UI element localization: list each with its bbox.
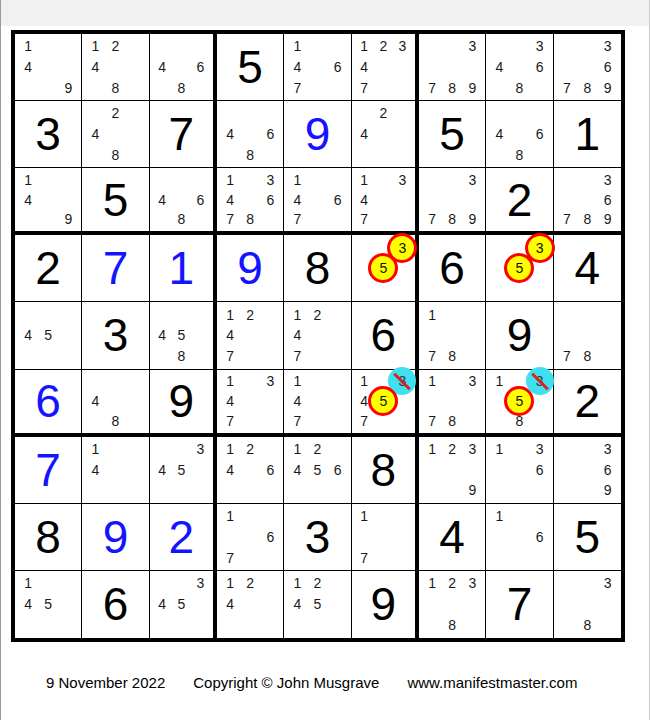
cell-r3c2[interactable]: 5 [82,168,149,235]
candidate: 6 [197,60,205,74]
pencil-marks: 3468 [489,36,549,98]
cell-r2c9[interactable]: 1 [554,101,621,168]
solved-digit: 9 [217,235,283,301]
given-digit: 6 [82,571,148,638]
candidate: 5 [177,463,185,477]
candidate: 3 [266,173,274,187]
pencil-marks: 16 [489,506,549,568]
candidate: 3 [536,39,544,53]
pencil-marks: 1246 [220,439,280,501]
candidate: 4 [495,127,503,141]
candidate: 7 [563,212,571,226]
cell-r4c6[interactable]: 35 [352,235,419,302]
candidate: 7 [563,349,571,363]
cell-r8c2[interactable]: 9 [82,504,149,571]
candidate: 7 [226,551,234,565]
candidate: 9 [64,81,72,95]
candidate: 8 [583,618,591,632]
solved-digit: 7 [82,235,148,301]
candidate: 6 [604,193,612,207]
candidate: 9 [604,81,612,95]
candidate: 1 [428,442,436,456]
cell-r4c1[interactable]: 2 [15,235,82,302]
candidate: 4 [226,597,234,611]
cell-r8c8[interactable]: 16 [486,504,553,571]
candidate: 6 [536,530,544,544]
candidate: 3 [399,39,407,53]
candidate: 1 [495,509,503,523]
pencil-marks: 12456 [287,439,347,501]
cell-r9c5[interactable]: 1245 [284,571,351,638]
candidate: 6 [536,127,544,141]
candidate: 1 [293,442,301,456]
candidate: 7 [293,81,301,95]
pencil-marks: 345 [153,439,210,501]
cell-r7c6[interactable]: 8 [352,437,419,504]
cell-r9c7[interactable]: 1238 [419,571,486,638]
candidate: 2 [314,308,322,322]
candidate: 4 [293,328,301,342]
cell-r2c2[interactable]: 248 [82,101,149,168]
given-digit: 4 [554,235,621,301]
pencil-marks: 3789 [422,36,482,98]
cell-r1c3[interactable]: 468 [150,34,217,101]
cell-r9c2[interactable]: 6 [82,571,149,638]
cell-r3c9[interactable]: 36789 [554,168,621,235]
candidate: 9 [604,212,612,226]
candidate: 1 [24,173,32,187]
cell-r2c7[interactable]: 5 [419,101,486,168]
candidate: 2 [314,576,322,590]
pencil-marks: 136 [489,439,549,501]
candidate: 3 [399,173,407,187]
given-digit: 2 [15,235,81,301]
cell-r5c9[interactable]: 78 [554,302,621,369]
cell-r5c2[interactable]: 3 [82,302,149,369]
cell-r7c8[interactable]: 136 [486,437,553,504]
candidate: 3 [604,442,612,456]
candidate: 2 [246,308,254,322]
candidate: 4 [226,328,234,342]
cell-r5c5[interactable]: 1247 [284,302,351,369]
candidate: 4 [24,597,32,611]
candidate: 4 [293,60,301,74]
candidate: 8 [583,212,591,226]
cell-r4c2[interactable]: 7 [82,235,149,302]
candidate: 8 [177,81,185,95]
candidate: 5 [314,463,322,477]
cell-r1c1[interactable]: 149 [15,34,82,101]
solved-digit: 1 [150,235,213,301]
cell-r4c3[interactable]: 1 [150,235,217,302]
candidate: 7 [428,349,436,363]
cell-r1c8[interactable]: 3468 [486,34,553,101]
candidate: 7 [226,349,234,363]
pencil-marks: 1248 [85,36,145,98]
candidate: 8 [448,81,456,95]
page: 1491248468514671234737893468367893248746… [0,0,650,720]
candidate: 4 [226,463,234,477]
cell-r2c4[interactable]: 468 [217,101,284,168]
cell-r9c6[interactable]: 9 [352,571,419,638]
given-digit: 5 [217,34,283,100]
cell-r3c1[interactable]: 149 [15,168,82,235]
cell-r6c2[interactable]: 48 [82,370,149,437]
candidate: 8 [448,414,456,428]
given-digit: 8 [352,437,415,503]
pencil-marks: 1347 [355,170,412,229]
pencil-marks: 1247 [287,304,347,366]
candidate: 1 [226,442,234,456]
candidate: 6 [266,463,274,477]
candidate: 3 [604,173,612,187]
cell-r6c9[interactable]: 2 [554,370,621,437]
candidate: 7 [293,349,301,363]
cell-r6c7[interactable]: 1378 [419,370,486,437]
cell-r9c3[interactable]: 345 [150,571,217,638]
cell-r1c2[interactable]: 1248 [82,34,149,101]
cell-r6c1[interactable]: 6 [15,370,82,437]
pencil-marks: 147 [287,372,347,431]
header-band [1,0,649,26]
given-digit: 3 [15,101,81,167]
cell-r2c3[interactable]: 7 [150,101,217,168]
candidate: 1 [428,576,436,590]
candidate: 8 [448,618,456,632]
candidate: 4 [360,127,368,141]
pencil-marks: 468 [220,103,280,165]
cell-r8c4[interactable]: 167 [217,504,284,571]
candidate: 1 [226,576,234,590]
candidate: 4 [158,193,166,207]
cell-r3c7[interactable]: 3789 [419,168,486,235]
candidate: 9 [468,81,476,95]
cell-r2c6[interactable]: 24 [352,101,419,168]
pencil-marks: 1245 [287,573,347,636]
pencil-marks: 468 [153,170,210,229]
candidate: 8 [583,81,591,95]
pencil-marks: 12347 [355,36,412,98]
candidate: 1 [226,308,234,322]
given-digit: 5 [419,101,485,167]
pencil-marks: 17 [355,506,412,568]
pencil-marks: 78 [557,304,618,366]
candidate: 5 [314,597,322,611]
pencil-marks: 124 [220,573,280,636]
pencil-marks: 38 [557,573,618,636]
cell-r1c4[interactable]: 5 [217,34,284,101]
cell-r4c5[interactable]: 8 [284,235,351,302]
cell-r3c3[interactable]: 468 [150,168,217,235]
cell-r5c6[interactable]: 6 [352,302,419,369]
pencil-marks: 35 [489,237,549,299]
candidate: 8 [112,148,120,162]
given-digit: 5 [554,504,621,570]
cell-r1c9[interactable]: 36789 [554,34,621,101]
candidate: 4 [91,60,99,74]
candidate: 8 [246,212,254,226]
candidate: 7 [360,81,368,95]
footer-date: 9 November 2022 [46,674,165,691]
candidate: 8 [516,81,524,95]
candidate: 6 [604,463,612,477]
cell-r9c1[interactable]: 145 [15,571,82,638]
candidate: 8 [112,414,120,428]
cell-r6c5[interactable]: 147 [284,370,351,437]
pencil-marks: 14 [85,439,145,501]
pencil-marks: 1467 [287,170,347,229]
candidate: 9 [468,212,476,226]
cell-r4c8[interactable]: 35 [486,235,553,302]
cell-r4c9[interactable]: 4 [554,235,621,302]
candidate: 1 [293,39,301,53]
candidate: 4 [293,394,301,408]
candidate: 7 [360,414,368,428]
footer-copyright: Copyright © John Musgrave [193,674,379,691]
candidate: 4 [226,193,234,207]
candidate: 6 [334,60,342,74]
cell-r5c7[interactable]: 178 [419,302,486,369]
candidate: 6 [197,193,205,207]
cell-r5c1[interactable]: 45 [15,302,82,369]
given-digit: 6 [352,302,415,368]
pencil-marks: 1378 [422,372,482,431]
candidate: 4 [293,193,301,207]
pencil-marks: 134678 [220,170,280,229]
cell-r3c5[interactable]: 1467 [284,168,351,235]
candidate: 1 [91,39,99,53]
pencil-marks: 248 [85,103,145,165]
pencil-marks: 24 [355,103,412,165]
candidate: 6 [266,193,274,207]
given-digit: 2 [554,370,621,433]
candidate: 7 [226,212,234,226]
cell-r8c5[interactable]: 3 [284,504,351,571]
candidate: 7 [428,414,436,428]
cell-r2c5[interactable]: 9 [284,101,351,168]
candidate: 1 [226,509,234,523]
candidate: 4 [360,60,368,74]
cell-r1c5[interactable]: 1467 [284,34,351,101]
candidate: 7 [360,551,368,565]
cell-r9c8[interactable]: 7 [486,571,553,638]
cell-r9c4[interactable]: 124 [217,571,284,638]
given-digit: 7 [150,101,213,167]
cell-r9c9[interactable]: 38 [554,571,621,638]
candidate: 4 [226,394,234,408]
cell-r6c4[interactable]: 1347 [217,370,284,437]
candidate: 8 [583,349,591,363]
pencil-marks: 45 [18,304,78,366]
cell-r5c3[interactable]: 458 [150,302,217,369]
cell-r1c6[interactable]: 12347 [352,34,419,101]
candidate: 7 [293,414,301,428]
cell-r8c3[interactable]: 2 [150,504,217,571]
given-digit: 4 [419,504,485,570]
cell-r8c1[interactable]: 8 [15,504,82,571]
candidate: 6 [604,60,612,74]
given-digit: 9 [486,302,552,368]
cell-r8c9[interactable]: 5 [554,504,621,571]
pencil-marks: 36789 [557,170,618,229]
solved-digit: 2 [150,504,213,570]
candidate: 2 [379,106,387,120]
cell-r3c4[interactable]: 134678 [217,168,284,235]
candidate: 5 [44,328,52,342]
candidate: 7 [293,212,301,226]
candidate: 3 [604,39,612,53]
pencil-marks: 178 [422,304,482,366]
candidate: 1 [495,374,503,388]
candidate: 2 [246,442,254,456]
candidate: 3 [604,576,612,590]
candidate: 4 [158,60,166,74]
cell-r4c7[interactable]: 6 [419,235,486,302]
pencil-marks: 149 [18,170,78,229]
candidate: 2 [448,442,456,456]
pencil-marks: 1358 [489,372,549,431]
pencil-marks: 1247 [220,304,280,366]
candidate: 6 [334,463,342,477]
cell-r7c2[interactable]: 14 [82,437,149,504]
candidate: 4 [91,463,99,477]
candidate: 9 [468,483,476,497]
footer: 9 November 2022 Copyright © John Musgrav… [46,674,577,691]
candidate: 4 [158,328,166,342]
given-digit: 5 [82,168,148,231]
solved-digit: 7 [15,437,81,503]
candidate: 4 [293,597,301,611]
pencil-marks: 468 [489,103,549,165]
given-digit: 9 [352,571,415,638]
candidate: 4 [24,193,32,207]
pencil-marks: 468 [153,36,210,98]
given-digit: 8 [284,235,350,301]
pencil-marks: 149 [18,36,78,98]
candidate: 1 [428,374,436,388]
candidate: 3 [197,442,205,456]
candidate: 4 [24,60,32,74]
candidate: 7 [428,212,436,226]
sudoku-board: 1491248468514671234737893468367893248746… [11,30,625,642]
cell-r7c7[interactable]: 1239 [419,437,486,504]
candidate: 1 [360,374,368,388]
candidate: 4 [24,328,32,342]
cell-r5c8[interactable]: 9 [486,302,553,369]
cell-r7c3[interactable]: 345 [150,437,217,504]
pencil-marks: 1238 [422,573,482,636]
cell-r6c8[interactable]: 1358 [486,370,553,437]
cell-r7c9[interactable]: 369 [554,437,621,504]
pencil-marks: 3789 [422,170,482,229]
candidate: 3 [468,576,476,590]
candidate: 4 [91,394,99,408]
candidate: 2 [379,39,387,53]
candidate: 6 [334,193,342,207]
candidate: 1 [293,173,301,187]
pencil-marks: 1467 [287,36,347,98]
pencil-marks: 167 [220,506,280,568]
candidate: 8 [246,148,254,162]
candidate: 1 [293,308,301,322]
given-digit: 9 [150,370,213,433]
candidate: 2 [314,442,322,456]
pencil-marks: 48 [85,372,145,431]
candidate: 2 [112,39,120,53]
given-digit: 7 [486,571,552,638]
candidate: 8 [177,349,185,363]
solved-digit: 9 [284,101,350,167]
solved-digit: 9 [82,504,148,570]
candidate: 1 [293,576,301,590]
candidate: 9 [604,483,612,497]
candidate: 3 [468,374,476,388]
candidate: 7 [563,81,571,95]
cell-r8c7[interactable]: 4 [419,504,486,571]
candidate: 8 [177,212,185,226]
candidate: 6 [536,60,544,74]
candidate: 3 [536,442,544,456]
candidate: 4 [91,127,99,141]
candidate: 3 [266,374,274,388]
candidate: 1 [495,442,503,456]
cell-r8c6[interactable]: 17 [352,504,419,571]
candidate: 1 [226,173,234,187]
cell-r2c1[interactable]: 3 [15,101,82,168]
pencil-marks: 145 [18,573,78,636]
candidate: 8 [448,349,456,363]
candidate: 6 [266,530,274,544]
pencil-marks: 458 [153,304,210,366]
candidate: 7 [360,212,368,226]
footer-website: www.manifestmaster.com [407,674,577,691]
candidate: 6 [266,127,274,141]
candidate: 2 [246,576,254,590]
solved-digit: 6 [15,370,81,433]
given-digit: 3 [284,504,350,570]
cell-r6c6[interactable]: 13457 [352,370,419,437]
candidate: 5 [177,597,185,611]
cell-r7c1[interactable]: 7 [15,437,82,504]
cell-r1c7[interactable]: 3789 [419,34,486,101]
given-digit: 3 [82,302,148,368]
given-digit: 2 [486,168,552,231]
cell-r3c6[interactable]: 1347 [352,168,419,235]
candidate: 4 [360,193,368,207]
candidate: 1 [91,442,99,456]
candidate: 2 [448,576,456,590]
cell-r7c5[interactable]: 12456 [284,437,351,504]
cell-r7c4[interactable]: 1246 [217,437,284,504]
candidate: 7 [428,81,436,95]
candidate: 3 [468,173,476,187]
pencil-marks: 345 [153,573,210,636]
pencil-marks: 36789 [557,36,618,98]
candidate: 1 [24,39,32,53]
candidate: 4 [226,127,234,141]
cell-r3c8[interactable]: 2 [486,168,553,235]
candidate: 1 [360,39,368,53]
candidate: 2 [112,106,120,120]
cell-r5c4[interactable]: 1247 [217,302,284,369]
cell-r6c3[interactable]: 9 [150,370,217,437]
candidate: 6 [536,463,544,477]
cell-r2c8[interactable]: 468 [486,101,553,168]
candidate: 5 [44,597,52,611]
candidate: 1 [360,173,368,187]
candidate: 1 [428,308,436,322]
cell-r4c4[interactable]: 9 [217,235,284,302]
